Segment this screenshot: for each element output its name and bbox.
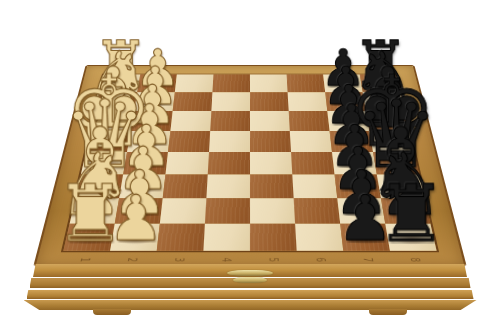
square-a6[interactable]: [295, 224, 343, 251]
square-a8[interactable]: ♜: [385, 224, 436, 251]
square-d6[interactable]: [291, 152, 335, 174]
square-c6[interactable]: [292, 174, 337, 198]
square-c5[interactable]: [250, 174, 294, 198]
clasp-bar-top: [227, 270, 273, 276]
square-b6[interactable]: [294, 198, 341, 223]
square-e6[interactable]: [290, 131, 332, 152]
square-h3[interactable]: [175, 74, 214, 92]
box-foot-left: [93, 309, 131, 315]
square-f5[interactable]: [250, 111, 290, 131]
white-pawn[interactable]: ♟: [107, 187, 163, 250]
square-f3[interactable]: [170, 111, 211, 131]
square-h6[interactable]: [287, 74, 326, 92]
box-front: [15, 264, 485, 310]
square-a5[interactable]: [250, 224, 297, 251]
square-g5[interactable]: [250, 92, 289, 111]
chess-box-top: ♜♟♟♜♞♟♟♞♝♟♟♝♚♟♟♚♛♟♟♛♝♟♟♝♞♟♟♞♜♟♟♜ 1234567…: [36, 66, 464, 266]
square-h5[interactable]: [250, 74, 288, 92]
square-g6[interactable]: [288, 92, 328, 111]
square-c3[interactable]: [163, 174, 208, 198]
chess-photo: ♜♟♟♜♞♟♟♞♝♟♟♝♚♟♟♚♛♟♟♛♝♟♟♝♞♟♟♞♜♟♟♜ 1234567…: [0, 0, 500, 329]
box-foot-right: [369, 309, 407, 315]
square-c4[interactable]: [206, 174, 250, 198]
square-d3[interactable]: [165, 152, 209, 174]
chess-board: ♜♟♟♜♞♟♟♞♝♟♟♝♚♟♟♚♛♟♟♛♝♟♟♝♞♟♟♞♜♟♟♜: [63, 74, 436, 250]
square-e3[interactable]: [168, 131, 210, 152]
square-b5[interactable]: [250, 198, 295, 223]
square-b4[interactable]: [205, 198, 250, 223]
black-rook[interactable]: ♜: [375, 174, 445, 252]
square-a4[interactable]: [203, 224, 250, 251]
square-b3[interactable]: [160, 198, 207, 223]
square-d5[interactable]: [250, 152, 292, 174]
square-h4[interactable]: [212, 74, 250, 92]
square-d4[interactable]: [208, 152, 250, 174]
square-a2[interactable]: ♟: [110, 224, 160, 251]
brass-clasp-icon: [227, 269, 273, 285]
square-e5[interactable]: [250, 131, 291, 152]
box-base-molding: [24, 300, 477, 310]
square-f4[interactable]: [210, 111, 250, 131]
square-g3[interactable]: [173, 92, 213, 111]
clasp-bar-bottom: [233, 277, 267, 283]
square-f6[interactable]: [289, 111, 330, 131]
square-e4[interactable]: [209, 131, 250, 152]
box-layer-3: [27, 290, 474, 299]
square-g4[interactable]: [211, 92, 250, 111]
